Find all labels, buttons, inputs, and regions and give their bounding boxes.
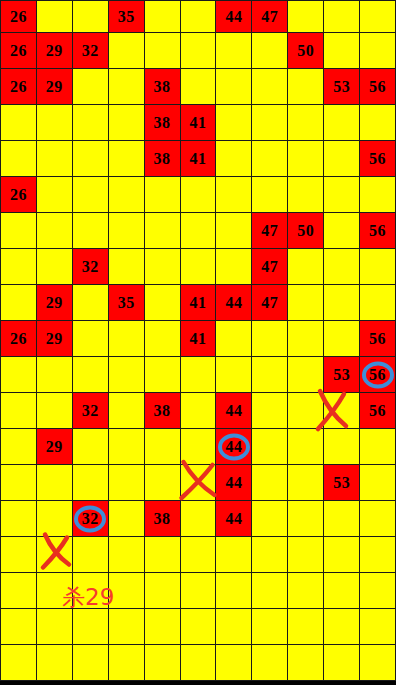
number-cell: 41 bbox=[181, 285, 217, 321]
grid-cell bbox=[252, 141, 288, 177]
number-cell: 38 bbox=[145, 393, 181, 429]
grid-cell bbox=[37, 609, 73, 645]
trend-grid: 2635444726293250262938535638413841562647… bbox=[0, 0, 396, 681]
number-cell: 29 bbox=[37, 33, 73, 69]
grid-cell bbox=[181, 69, 217, 105]
number-cell: 32 bbox=[73, 33, 109, 69]
grid-cell bbox=[181, 213, 217, 249]
grid-cell bbox=[145, 537, 181, 573]
grid-cell bbox=[324, 501, 360, 537]
number-cell: 29 bbox=[37, 285, 73, 321]
grid-cell bbox=[181, 465, 217, 501]
number-cell: 50 bbox=[288, 33, 324, 69]
grid-cell bbox=[216, 609, 252, 645]
grid-cell bbox=[181, 393, 217, 429]
grid-cell bbox=[73, 177, 109, 213]
grid-cell bbox=[288, 177, 324, 213]
grid-cell bbox=[360, 33, 396, 69]
number-cell: 53 bbox=[324, 357, 360, 393]
grid-cell bbox=[73, 429, 109, 465]
grid-cell bbox=[216, 537, 252, 573]
grid-cell bbox=[181, 177, 217, 213]
grid-cell bbox=[109, 321, 145, 357]
grid-cell bbox=[109, 357, 145, 393]
grid-cell bbox=[360, 429, 396, 465]
grid-cell bbox=[181, 573, 217, 609]
grid-cell bbox=[252, 33, 288, 69]
grid-cell bbox=[252, 321, 288, 357]
grid-cell bbox=[288, 573, 324, 609]
grid-cell bbox=[145, 249, 181, 285]
grid-cell bbox=[324, 177, 360, 213]
grid-cell bbox=[360, 537, 396, 573]
grid-cell bbox=[1, 285, 37, 321]
grid-cell bbox=[288, 69, 324, 105]
number-cell: 41 bbox=[181, 141, 217, 177]
number-cell: 47 bbox=[252, 1, 288, 33]
number-cell: 53 bbox=[324, 69, 360, 105]
number-cell: 56 bbox=[360, 357, 396, 393]
grid-cell bbox=[109, 429, 145, 465]
number-cell: 29 bbox=[37, 429, 73, 465]
grid-cell bbox=[216, 573, 252, 609]
grid-cell bbox=[216, 321, 252, 357]
grid-cell bbox=[360, 285, 396, 321]
grid-cell bbox=[73, 465, 109, 501]
grid-cell bbox=[181, 1, 217, 33]
number-cell: 29 bbox=[37, 69, 73, 105]
grid-cell bbox=[145, 177, 181, 213]
number-cell: 47 bbox=[252, 249, 288, 285]
grid-cell bbox=[360, 249, 396, 285]
grid-cell bbox=[109, 537, 145, 573]
grid-cell bbox=[37, 537, 73, 573]
grid-cell bbox=[37, 177, 73, 213]
grid-cell bbox=[109, 105, 145, 141]
grid-cell bbox=[1, 105, 37, 141]
grid-cell bbox=[324, 1, 360, 33]
number-cell: 56 bbox=[360, 213, 396, 249]
grid-cell bbox=[145, 321, 181, 357]
grid-cell bbox=[145, 1, 181, 33]
grid-cell bbox=[145, 573, 181, 609]
grid-cell bbox=[360, 645, 396, 681]
grid-cell bbox=[109, 501, 145, 537]
grid-cell bbox=[37, 645, 73, 681]
number-cell: 26 bbox=[1, 177, 37, 213]
grid-cell bbox=[288, 285, 324, 321]
grid-cell bbox=[252, 501, 288, 537]
grid-cell bbox=[145, 645, 181, 681]
grid-cell bbox=[181, 501, 217, 537]
number-cell: 53 bbox=[324, 465, 360, 501]
grid-cell bbox=[1, 141, 37, 177]
grid-cell bbox=[288, 357, 324, 393]
number-cell: 26 bbox=[1, 69, 37, 105]
grid-cell bbox=[288, 321, 324, 357]
grid-cell bbox=[1, 645, 37, 681]
grid-cell bbox=[1, 249, 37, 285]
grid-cell bbox=[109, 141, 145, 177]
number-cell: 35 bbox=[109, 285, 145, 321]
grid-cell bbox=[252, 177, 288, 213]
grid-cell bbox=[252, 429, 288, 465]
grid-cell bbox=[324, 393, 360, 429]
number-cell: 56 bbox=[360, 321, 396, 357]
grid-cell bbox=[288, 465, 324, 501]
grid-cell bbox=[37, 357, 73, 393]
grid-cell bbox=[360, 573, 396, 609]
grid-cell bbox=[181, 249, 217, 285]
grid-cell bbox=[216, 105, 252, 141]
grid-cell bbox=[37, 213, 73, 249]
number-cell: 41 bbox=[181, 105, 217, 141]
grid-cell bbox=[73, 213, 109, 249]
grid-cell bbox=[216, 33, 252, 69]
grid-cell bbox=[145, 465, 181, 501]
number-cell: 32 bbox=[73, 249, 109, 285]
grid-cell bbox=[37, 501, 73, 537]
number-cell: 44 bbox=[216, 1, 252, 33]
number-cell: 38 bbox=[145, 105, 181, 141]
grid-cell bbox=[324, 213, 360, 249]
grid-cell bbox=[252, 357, 288, 393]
grid-cell bbox=[252, 105, 288, 141]
grid-cell bbox=[288, 105, 324, 141]
kill-label: 杀29 bbox=[62, 586, 114, 609]
grid-cell bbox=[145, 609, 181, 645]
grid-cell bbox=[73, 645, 109, 681]
grid-cell bbox=[109, 249, 145, 285]
number-cell: 56 bbox=[360, 393, 396, 429]
grid-cell bbox=[252, 609, 288, 645]
grid-cell bbox=[216, 213, 252, 249]
grid-cell bbox=[360, 501, 396, 537]
number-cell: 38 bbox=[145, 141, 181, 177]
number-cell: 41 bbox=[181, 321, 217, 357]
grid-cell bbox=[37, 465, 73, 501]
grid-cell bbox=[288, 537, 324, 573]
grid-cell bbox=[1, 393, 37, 429]
grid-cell bbox=[109, 177, 145, 213]
grid-cell bbox=[252, 393, 288, 429]
number-cell: 47 bbox=[252, 285, 288, 321]
grid-cell bbox=[109, 393, 145, 429]
grid-cell bbox=[37, 105, 73, 141]
grid-cell bbox=[181, 537, 217, 573]
grid-cell bbox=[37, 141, 73, 177]
grid-cell bbox=[1, 429, 37, 465]
grid-cell bbox=[288, 249, 324, 285]
grid-cell bbox=[324, 429, 360, 465]
number-cell: 50 bbox=[288, 213, 324, 249]
grid-cell bbox=[288, 501, 324, 537]
number-cell: 26 bbox=[1, 321, 37, 357]
grid-cell bbox=[109, 465, 145, 501]
grid-cell bbox=[252, 69, 288, 105]
number-cell: 56 bbox=[360, 141, 396, 177]
grid-cell bbox=[252, 537, 288, 573]
lottery-trend-board: 2635444726293250262938535638413841562647… bbox=[0, 0, 396, 685]
grid-cell bbox=[360, 1, 396, 33]
grid-cell bbox=[145, 429, 181, 465]
grid-cell bbox=[73, 69, 109, 105]
grid-cell bbox=[324, 105, 360, 141]
grid-cell bbox=[181, 357, 217, 393]
grid-cell bbox=[252, 645, 288, 681]
grid-cell bbox=[181, 429, 217, 465]
grid-cell bbox=[73, 1, 109, 33]
grid-cell bbox=[324, 141, 360, 177]
grid-cell bbox=[37, 1, 73, 33]
grid-cell bbox=[109, 69, 145, 105]
grid-cell bbox=[324, 249, 360, 285]
grid-cell bbox=[73, 357, 109, 393]
grid-cell bbox=[181, 609, 217, 645]
grid-cell bbox=[1, 609, 37, 645]
number-cell: 32 bbox=[73, 393, 109, 429]
grid-cell bbox=[1, 537, 37, 573]
grid-cell bbox=[288, 609, 324, 645]
grid-cell bbox=[252, 573, 288, 609]
number-cell: 29 bbox=[37, 321, 73, 357]
grid-cell bbox=[216, 249, 252, 285]
grid-cell bbox=[37, 249, 73, 285]
grid-cell bbox=[109, 609, 145, 645]
grid-cell bbox=[324, 609, 360, 645]
grid-cell bbox=[73, 609, 109, 645]
number-cell: 44 bbox=[216, 501, 252, 537]
grid-cell bbox=[216, 645, 252, 681]
grid-cell bbox=[288, 393, 324, 429]
number-cell: 26 bbox=[1, 1, 37, 33]
grid-cell bbox=[252, 465, 288, 501]
grid-cell bbox=[109, 33, 145, 69]
number-cell: 44 bbox=[216, 393, 252, 429]
grid-cell bbox=[216, 177, 252, 213]
number-cell: 26 bbox=[1, 33, 37, 69]
grid-cell bbox=[324, 33, 360, 69]
grid-cell bbox=[145, 285, 181, 321]
grid-cell bbox=[181, 645, 217, 681]
grid-cell bbox=[145, 357, 181, 393]
grid-cell bbox=[216, 69, 252, 105]
grid-cell bbox=[216, 141, 252, 177]
grid-cell bbox=[324, 573, 360, 609]
grid-cell bbox=[181, 33, 217, 69]
number-cell: 38 bbox=[145, 69, 181, 105]
grid-cell bbox=[288, 1, 324, 33]
grid-cell bbox=[288, 141, 324, 177]
number-cell: 44 bbox=[216, 429, 252, 465]
grid-cell bbox=[109, 645, 145, 681]
grid-cell bbox=[1, 465, 37, 501]
grid-cell bbox=[145, 213, 181, 249]
grid-cell bbox=[73, 321, 109, 357]
grid-cell bbox=[324, 285, 360, 321]
grid-cell bbox=[73, 141, 109, 177]
grid-cell bbox=[145, 33, 181, 69]
grid-cell bbox=[360, 105, 396, 141]
grid-cell bbox=[288, 429, 324, 465]
grid-cell bbox=[360, 177, 396, 213]
number-cell: 38 bbox=[145, 501, 181, 537]
grid-cell bbox=[324, 645, 360, 681]
grid-cell bbox=[1, 357, 37, 393]
grid-cell bbox=[288, 645, 324, 681]
grid-cell bbox=[360, 465, 396, 501]
number-cell: 32 bbox=[73, 501, 109, 537]
number-cell: 35 bbox=[109, 1, 145, 33]
number-cell: 44 bbox=[216, 465, 252, 501]
grid-cell bbox=[324, 537, 360, 573]
grid-cell bbox=[360, 609, 396, 645]
number-cell: 44 bbox=[216, 285, 252, 321]
grid-cell bbox=[73, 285, 109, 321]
grid-cell bbox=[73, 105, 109, 141]
grid-cell bbox=[1, 573, 37, 609]
number-cell: 56 bbox=[360, 69, 396, 105]
grid-cell bbox=[73, 537, 109, 573]
grid-cell bbox=[109, 213, 145, 249]
grid-cell bbox=[37, 393, 73, 429]
grid-cell bbox=[216, 357, 252, 393]
grid-cell bbox=[1, 501, 37, 537]
grid-cell bbox=[1, 213, 37, 249]
grid-cell bbox=[324, 321, 360, 357]
number-cell: 47 bbox=[252, 213, 288, 249]
